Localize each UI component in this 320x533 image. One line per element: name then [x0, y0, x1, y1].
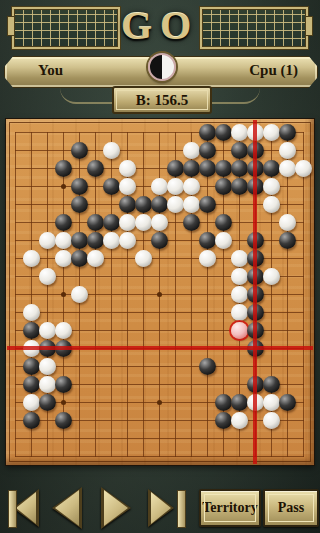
go-board[interactable]: [6, 119, 314, 465]
stone-black: [247, 304, 264, 321]
stone-black: [263, 160, 280, 177]
stone-white: [55, 232, 72, 249]
stone-black: [55, 412, 72, 429]
stone-white: [247, 394, 264, 411]
stone-white: [231, 412, 248, 429]
stone-white: [23, 304, 40, 321]
stone-black: [183, 214, 200, 231]
pass-button[interactable]: Pass: [263, 489, 319, 527]
stone-white: [119, 232, 136, 249]
stone-white: [103, 142, 120, 159]
stone-white: [279, 142, 296, 159]
stone-black: [279, 232, 296, 249]
stone-black: [263, 376, 280, 393]
stone-white: [263, 124, 280, 141]
stone-black: [39, 394, 56, 411]
stone-black: [71, 196, 88, 213]
stone-white: [103, 232, 120, 249]
stone-black: [247, 160, 264, 177]
stone-black: [231, 394, 248, 411]
stone-black: [183, 160, 200, 177]
stone-white: [231, 268, 248, 285]
stone-white: [199, 250, 216, 267]
stone-black: [167, 160, 184, 177]
stone-black: [247, 286, 264, 303]
score-estimate: B: 156.5: [112, 86, 212, 114]
stone-black: [199, 142, 216, 159]
stone-black: [55, 340, 72, 357]
stone-black: [199, 160, 216, 177]
first-move-bar-icon[interactable]: [8, 490, 17, 528]
previous-move-button[interactable]: [52, 487, 82, 529]
stone-white: [135, 250, 152, 267]
player-name-human: You: [38, 62, 63, 79]
header: GO: [0, 0, 320, 54]
stone-black: [231, 178, 248, 195]
stone-white: [39, 322, 56, 339]
last-move-bar-icon[interactable]: [177, 490, 186, 528]
stone-white: [135, 214, 152, 231]
stone-black: [71, 142, 88, 159]
star-point: [61, 400, 66, 405]
stone-white: [39, 376, 56, 393]
stone-black: [55, 160, 72, 177]
star-point: [157, 292, 162, 297]
stone-white: [119, 160, 136, 177]
stone-black: [55, 214, 72, 231]
stone-white: [151, 214, 168, 231]
stone-black: [103, 178, 120, 195]
stone-black: [135, 196, 152, 213]
stone-black: [87, 214, 104, 231]
stone-white: [231, 124, 248, 141]
stone-white: [183, 196, 200, 213]
stone-white: [263, 394, 280, 411]
stone-black: [87, 232, 104, 249]
stone-black: [87, 160, 104, 177]
grid-line-vertical: [303, 132, 304, 457]
last-move-button[interactable]: [148, 489, 174, 527]
stone-black: [215, 160, 232, 177]
stone-black: [199, 232, 216, 249]
stone-white: [279, 214, 296, 231]
stone-white: [167, 178, 184, 195]
stone-white: [231, 286, 248, 303]
stone-white: [87, 250, 104, 267]
stone-black: [55, 376, 72, 393]
stone-black: [199, 196, 216, 213]
stone-black: [215, 178, 232, 195]
turn-indicator-stone-icon: [148, 53, 176, 81]
stone-black: [231, 142, 248, 159]
grid-line-vertical: [207, 132, 208, 457]
stone-white: [263, 412, 280, 429]
stone-black: [103, 214, 120, 231]
stone-black: [247, 142, 264, 159]
stone-black: [119, 196, 136, 213]
stone-black: [247, 178, 264, 195]
stone-white: [263, 268, 280, 285]
grid-line-horizontal: [15, 456, 304, 457]
stone-white: [119, 178, 136, 195]
stone-white: [247, 124, 264, 141]
stone-white: [23, 340, 40, 357]
stone-white: [39, 232, 56, 249]
stone-white: [295, 160, 312, 177]
stone-white-highlighted: [231, 322, 248, 339]
stone-black: [23, 376, 40, 393]
stone-black: [215, 124, 232, 141]
stone-black: [23, 412, 40, 429]
stone-white: [23, 394, 40, 411]
stone-black: [247, 250, 264, 267]
player-name-cpu: Cpu (1): [249, 62, 298, 79]
stone-white: [215, 232, 232, 249]
stone-black: [71, 178, 88, 195]
stone-white: [39, 268, 56, 285]
stone-white: [119, 214, 136, 231]
stone-white: [39, 358, 56, 375]
next-move-button[interactable]: [101, 487, 131, 529]
stone-black: [247, 268, 264, 285]
stone-white: [55, 322, 72, 339]
territory-button[interactable]: Territory: [199, 489, 261, 527]
star-point: [61, 292, 66, 297]
app-title: GO: [0, 2, 320, 49]
go-app-screen: GO You Cpu (1) B: 156.5 Territory Pass: [0, 0, 320, 533]
stone-black: [71, 250, 88, 267]
stone-black: [247, 376, 264, 393]
stone-black: [23, 358, 40, 375]
grid-line-horizontal: [15, 366, 304, 367]
star-point: [157, 400, 162, 405]
stone-black: [247, 322, 264, 339]
stone-white: [263, 178, 280, 195]
stone-black: [279, 394, 296, 411]
stone-black: [39, 340, 56, 357]
stone-white: [231, 250, 248, 267]
stone-white: [279, 160, 296, 177]
stone-white: [55, 250, 72, 267]
stone-black: [199, 124, 216, 141]
stone-black: [151, 232, 168, 249]
star-point: [61, 184, 66, 189]
stone-black: [215, 412, 232, 429]
stone-white: [183, 178, 200, 195]
stone-black: [215, 394, 232, 411]
stone-black: [23, 322, 40, 339]
stone-white: [71, 286, 88, 303]
stone-black: [231, 160, 248, 177]
stone-white: [263, 196, 280, 213]
stone-black: [199, 358, 216, 375]
stone-black: [215, 214, 232, 231]
stone-white: [151, 178, 168, 195]
grid-line-horizontal: [15, 438, 304, 439]
stone-white: [167, 196, 184, 213]
stone-black: [151, 196, 168, 213]
stone-black: [279, 124, 296, 141]
stone-black: [247, 232, 264, 249]
stone-black: [71, 232, 88, 249]
stone-white: [231, 304, 248, 321]
stone-black: [247, 340, 264, 357]
stone-white: [183, 142, 200, 159]
stone-white: [23, 250, 40, 267]
